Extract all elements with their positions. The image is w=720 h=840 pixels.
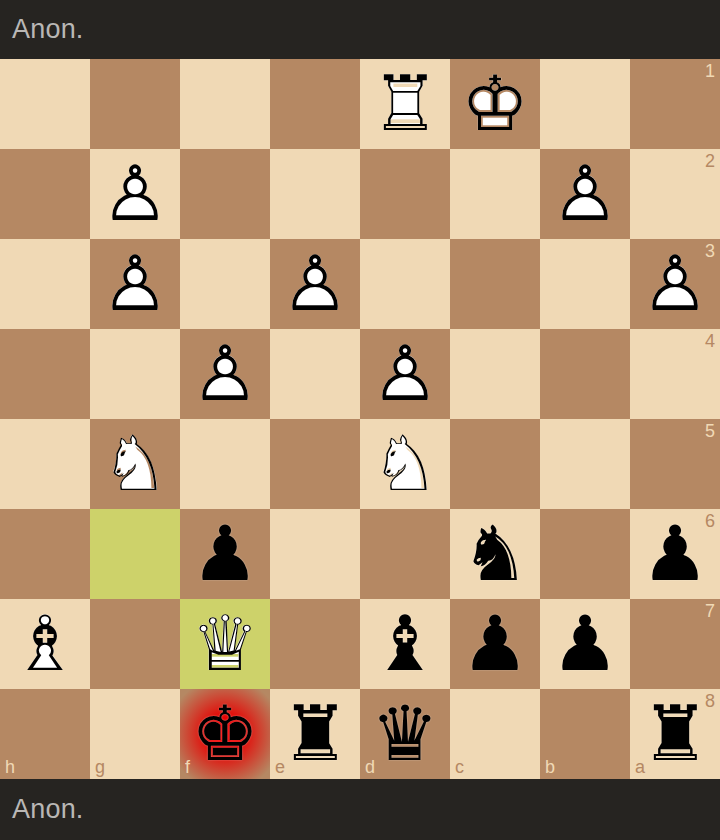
square-g8[interactable]: g	[90, 689, 180, 779]
piece-black-queen[interactable]: ♛	[360, 689, 450, 779]
square-d6[interactable]	[360, 509, 450, 599]
square-c8[interactable]: c	[450, 689, 540, 779]
square-f5[interactable]	[180, 419, 270, 509]
file-label-g: g	[95, 758, 105, 776]
square-b3[interactable]	[540, 239, 630, 329]
square-g3[interactable]: ♟♙	[90, 239, 180, 329]
square-g5[interactable]: ♞♘	[90, 419, 180, 509]
piece-white-pawn[interactable]: ♟♙	[90, 239, 180, 329]
file-label-h: h	[5, 758, 15, 776]
square-b2[interactable]: ♟♙	[540, 149, 630, 239]
square-c4[interactable]	[450, 329, 540, 419]
square-h4[interactable]	[0, 329, 90, 419]
square-g6[interactable]	[90, 509, 180, 599]
square-d5[interactable]: ♞♘	[360, 419, 450, 509]
piece-black-pawn[interactable]: ♟	[450, 599, 540, 689]
square-f6[interactable]: ♟	[180, 509, 270, 599]
rank-label-5: 5	[705, 422, 715, 440]
piece-black-rook[interactable]: ♜	[270, 689, 360, 779]
top-player-name: Anon.	[12, 14, 84, 45]
square-a6[interactable]: ♟6	[630, 509, 720, 599]
square-a8[interactable]: ♜a8	[630, 689, 720, 779]
chess-app: Anon. ♜♖♚♔1♟♙♟♙2♟♙♟♙♟♙3♟♙♟♙4♞♘♞♘5♟♞♟6♝♗♛…	[0, 0, 720, 840]
piece-white-pawn[interactable]: ♟♙	[90, 149, 180, 239]
square-f1[interactable]	[180, 59, 270, 149]
square-e6[interactable]	[270, 509, 360, 599]
piece-white-pawn[interactable]: ♟♙	[360, 329, 450, 419]
piece-white-king[interactable]: ♚♔	[450, 59, 540, 149]
file-label-b: b	[545, 758, 555, 776]
square-d4[interactable]: ♟♙	[360, 329, 450, 419]
square-h6[interactable]	[0, 509, 90, 599]
piece-black-pawn[interactable]: ♟	[630, 509, 720, 599]
square-f2[interactable]	[180, 149, 270, 239]
piece-white-rook[interactable]: ♜♖	[360, 59, 450, 149]
square-b6[interactable]	[540, 509, 630, 599]
bottom-player-bar: Anon.	[0, 779, 720, 840]
square-d3[interactable]	[360, 239, 450, 329]
piece-white-pawn[interactable]: ♟♙	[180, 329, 270, 419]
square-h2[interactable]	[0, 149, 90, 239]
square-h5[interactable]	[0, 419, 90, 509]
bottom-player-name: Anon.	[12, 794, 84, 825]
square-h3[interactable]	[0, 239, 90, 329]
piece-white-pawn[interactable]: ♟♙	[630, 239, 720, 329]
square-a5[interactable]: 5	[630, 419, 720, 509]
square-g7[interactable]	[90, 599, 180, 689]
square-c1[interactable]: ♚♔	[450, 59, 540, 149]
piece-black-king[interactable]: ♚	[180, 689, 270, 779]
square-c5[interactable]	[450, 419, 540, 509]
square-h8[interactable]: h	[0, 689, 90, 779]
square-d1[interactable]: ♜♖	[360, 59, 450, 149]
square-f4[interactable]: ♟♙	[180, 329, 270, 419]
square-e4[interactable]	[270, 329, 360, 419]
square-c7[interactable]: ♟	[450, 599, 540, 689]
piece-black-rook[interactable]: ♜	[630, 689, 720, 779]
square-a3[interactable]: ♟♙3	[630, 239, 720, 329]
square-d8[interactable]: ♛d	[360, 689, 450, 779]
square-e7[interactable]	[270, 599, 360, 689]
rank-label-2: 2	[705, 152, 715, 170]
rank-label-1: 1	[705, 62, 715, 80]
square-e2[interactable]	[270, 149, 360, 239]
square-c6[interactable]: ♞	[450, 509, 540, 599]
square-e1[interactable]	[270, 59, 360, 149]
piece-black-pawn[interactable]: ♟	[180, 509, 270, 599]
piece-black-knight[interactable]: ♞	[450, 509, 540, 599]
chess-board[interactable]: ♜♖♚♔1♟♙♟♙2♟♙♟♙♟♙3♟♙♟♙4♞♘♞♘5♟♞♟6♝♗♛♕♝♟♟7h…	[0, 59, 720, 779]
rank-label-7: 7	[705, 602, 715, 620]
square-g2[interactable]: ♟♙	[90, 149, 180, 239]
square-b4[interactable]	[540, 329, 630, 419]
piece-white-knight[interactable]: ♞♘	[90, 419, 180, 509]
top-player-bar: Anon.	[0, 0, 720, 59]
square-c3[interactable]	[450, 239, 540, 329]
piece-white-pawn[interactable]: ♟♙	[540, 149, 630, 239]
square-g1[interactable]	[90, 59, 180, 149]
square-a7[interactable]: 7	[630, 599, 720, 689]
file-label-c: c	[455, 758, 464, 776]
rank-label-4: 4	[705, 332, 715, 350]
square-b7[interactable]: ♟	[540, 599, 630, 689]
square-c2[interactable]	[450, 149, 540, 239]
piece-black-bishop[interactable]: ♝	[360, 599, 450, 689]
piece-white-pawn[interactable]: ♟♙	[270, 239, 360, 329]
piece-black-pawn[interactable]: ♟	[540, 599, 630, 689]
square-a4[interactable]: 4	[630, 329, 720, 419]
square-b1[interactable]	[540, 59, 630, 149]
square-f3[interactable]	[180, 239, 270, 329]
square-f7[interactable]: ♛♕	[180, 599, 270, 689]
square-a1[interactable]: 1	[630, 59, 720, 149]
square-d2[interactable]	[360, 149, 450, 239]
square-a2[interactable]: 2	[630, 149, 720, 239]
piece-white-queen[interactable]: ♛♕	[180, 599, 270, 689]
square-e3[interactable]: ♟♙	[270, 239, 360, 329]
square-e8[interactable]: ♜e	[270, 689, 360, 779]
piece-white-bishop[interactable]: ♝♗	[0, 599, 90, 689]
piece-white-knight[interactable]: ♞♘	[360, 419, 450, 509]
square-h1[interactable]	[0, 59, 90, 149]
square-b8[interactable]: b	[540, 689, 630, 779]
square-b5[interactable]	[540, 419, 630, 509]
square-g4[interactable]	[90, 329, 180, 419]
square-d7[interactable]: ♝	[360, 599, 450, 689]
square-h7[interactable]: ♝♗	[0, 599, 90, 689]
square-e5[interactable]	[270, 419, 360, 509]
square-f8[interactable]: ♚f	[180, 689, 270, 779]
